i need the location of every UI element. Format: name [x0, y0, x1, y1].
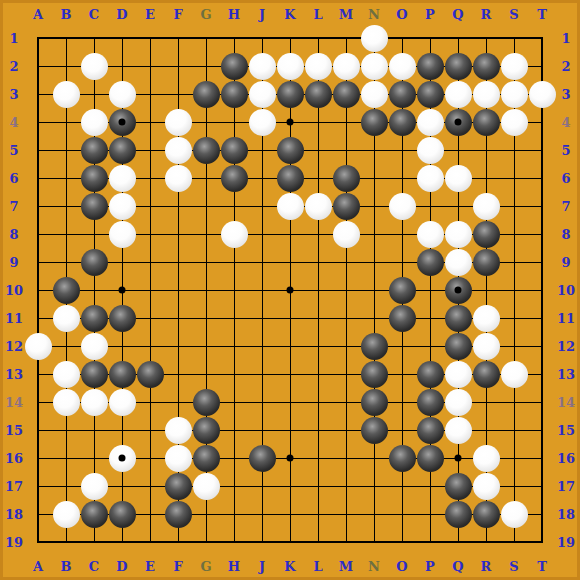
intersection-J19[interactable] — [248, 528, 276, 556]
intersection-K17[interactable] — [276, 472, 304, 500]
intersection-S3[interactable] — [500, 80, 528, 108]
intersection-K13[interactable] — [276, 360, 304, 388]
intersection-C1[interactable] — [80, 24, 108, 52]
intersection-T9[interactable] — [528, 248, 556, 276]
intersection-H11[interactable] — [220, 304, 248, 332]
intersection-F9[interactable] — [164, 248, 192, 276]
intersection-A15[interactable] — [24, 416, 52, 444]
intersection-L10[interactable] — [304, 276, 332, 304]
intersection-S13[interactable] — [500, 360, 528, 388]
intersection-M6[interactable] — [332, 164, 360, 192]
intersection-O18[interactable] — [388, 500, 416, 528]
intersection-F16[interactable] — [164, 444, 192, 472]
intersection-F14[interactable] — [164, 388, 192, 416]
intersection-D19[interactable] — [108, 528, 136, 556]
intersection-F4[interactable] — [164, 108, 192, 136]
intersection-G1[interactable] — [192, 24, 220, 52]
intersection-L11[interactable] — [304, 304, 332, 332]
intersection-J16[interactable] — [248, 444, 276, 472]
intersection-M4[interactable] — [332, 108, 360, 136]
intersection-M8[interactable] — [332, 220, 360, 248]
intersection-A9[interactable] — [24, 248, 52, 276]
intersection-S7[interactable] — [500, 192, 528, 220]
intersection-Q11[interactable] — [444, 304, 472, 332]
intersection-M2[interactable] — [332, 52, 360, 80]
intersection-J17[interactable] — [248, 472, 276, 500]
intersection-A18[interactable] — [24, 500, 52, 528]
intersection-D12[interactable] — [108, 332, 136, 360]
intersection-L19[interactable] — [304, 528, 332, 556]
intersection-R4[interactable] — [472, 108, 500, 136]
intersection-O11[interactable] — [388, 304, 416, 332]
intersection-N9[interactable] — [360, 248, 388, 276]
intersection-K15[interactable] — [276, 416, 304, 444]
intersection-H10[interactable] — [220, 276, 248, 304]
intersection-K12[interactable] — [276, 332, 304, 360]
intersection-G12[interactable] — [192, 332, 220, 360]
intersection-G9[interactable] — [192, 248, 220, 276]
intersection-S8[interactable] — [500, 220, 528, 248]
intersection-S1[interactable] — [500, 24, 528, 52]
intersection-L12[interactable] — [304, 332, 332, 360]
intersection-L2[interactable] — [304, 52, 332, 80]
intersection-T18[interactable] — [528, 500, 556, 528]
intersection-G15[interactable] — [192, 416, 220, 444]
intersection-R7[interactable] — [472, 192, 500, 220]
intersection-D1[interactable] — [108, 24, 136, 52]
intersection-C4[interactable] — [80, 108, 108, 136]
intersection-T14[interactable] — [528, 388, 556, 416]
intersection-P3[interactable] — [416, 80, 444, 108]
intersection-T4[interactable] — [528, 108, 556, 136]
intersection-N3[interactable] — [360, 80, 388, 108]
intersection-B9[interactable] — [52, 248, 80, 276]
intersection-T3[interactable] — [528, 80, 556, 108]
intersection-B5[interactable] — [52, 136, 80, 164]
intersection-N19[interactable] — [360, 528, 388, 556]
intersection-B13[interactable] — [52, 360, 80, 388]
intersection-S2[interactable] — [500, 52, 528, 80]
intersection-C14[interactable] — [80, 388, 108, 416]
intersection-R19[interactable] — [472, 528, 500, 556]
intersection-E5[interactable] — [136, 136, 164, 164]
intersection-A7[interactable] — [24, 192, 52, 220]
intersection-O17[interactable] — [388, 472, 416, 500]
intersection-G3[interactable] — [192, 80, 220, 108]
intersection-O5[interactable] — [388, 136, 416, 164]
intersection-G19[interactable] — [192, 528, 220, 556]
intersection-M9[interactable] — [332, 248, 360, 276]
intersection-C16[interactable] — [80, 444, 108, 472]
intersection-N13[interactable] — [360, 360, 388, 388]
intersection-F18[interactable] — [164, 500, 192, 528]
intersection-O6[interactable] — [388, 164, 416, 192]
intersection-C8[interactable] — [80, 220, 108, 248]
intersection-A10[interactable] — [24, 276, 52, 304]
intersection-C9[interactable] — [80, 248, 108, 276]
intersection-G17[interactable] — [192, 472, 220, 500]
intersection-J2[interactable] — [248, 52, 276, 80]
intersection-E17[interactable] — [136, 472, 164, 500]
intersection-S15[interactable] — [500, 416, 528, 444]
intersection-B3[interactable] — [52, 80, 80, 108]
intersection-P1[interactable] — [416, 24, 444, 52]
intersection-Q19[interactable] — [444, 528, 472, 556]
intersection-Q18[interactable] — [444, 500, 472, 528]
intersection-J15[interactable] — [248, 416, 276, 444]
intersection-J12[interactable] — [248, 332, 276, 360]
intersection-M15[interactable] — [332, 416, 360, 444]
intersection-L3[interactable] — [304, 80, 332, 108]
intersection-D5[interactable] — [108, 136, 136, 164]
intersection-Q15[interactable] — [444, 416, 472, 444]
intersection-S17[interactable] — [500, 472, 528, 500]
intersection-F6[interactable] — [164, 164, 192, 192]
intersection-S19[interactable] — [500, 528, 528, 556]
intersection-O1[interactable] — [388, 24, 416, 52]
intersection-S9[interactable] — [500, 248, 528, 276]
intersection-B17[interactable] — [52, 472, 80, 500]
intersection-G11[interactable] — [192, 304, 220, 332]
intersection-L1[interactable] — [304, 24, 332, 52]
intersection-H2[interactable] — [220, 52, 248, 80]
intersection-M11[interactable] — [332, 304, 360, 332]
intersection-J6[interactable] — [248, 164, 276, 192]
intersection-H4[interactable] — [220, 108, 248, 136]
intersection-Q7[interactable] — [444, 192, 472, 220]
intersection-Q5[interactable] — [444, 136, 472, 164]
intersection-H12[interactable] — [220, 332, 248, 360]
intersection-O13[interactable] — [388, 360, 416, 388]
intersection-H19[interactable] — [220, 528, 248, 556]
intersection-G8[interactable] — [192, 220, 220, 248]
intersection-B4[interactable] — [52, 108, 80, 136]
intersection-M14[interactable] — [332, 388, 360, 416]
intersection-L6[interactable] — [304, 164, 332, 192]
intersection-N12[interactable] — [360, 332, 388, 360]
intersection-B14[interactable] — [52, 388, 80, 416]
intersection-K19[interactable] — [276, 528, 304, 556]
intersection-P16[interactable] — [416, 444, 444, 472]
intersection-F8[interactable] — [164, 220, 192, 248]
intersection-G16[interactable] — [192, 444, 220, 472]
intersection-G10[interactable] — [192, 276, 220, 304]
intersection-F2[interactable] — [164, 52, 192, 80]
intersection-M13[interactable] — [332, 360, 360, 388]
intersection-B12[interactable] — [52, 332, 80, 360]
intersection-E2[interactable] — [136, 52, 164, 80]
intersection-F11[interactable] — [164, 304, 192, 332]
intersection-A11[interactable] — [24, 304, 52, 332]
intersection-T16[interactable] — [528, 444, 556, 472]
intersection-O9[interactable] — [388, 248, 416, 276]
intersection-C3[interactable] — [80, 80, 108, 108]
intersection-P19[interactable] — [416, 528, 444, 556]
intersection-N7[interactable] — [360, 192, 388, 220]
intersection-F1[interactable] — [164, 24, 192, 52]
intersection-K9[interactable] — [276, 248, 304, 276]
intersection-G18[interactable] — [192, 500, 220, 528]
intersection-E12[interactable] — [136, 332, 164, 360]
intersection-Q12[interactable] — [444, 332, 472, 360]
intersection-L4[interactable] — [304, 108, 332, 136]
intersection-E19[interactable] — [136, 528, 164, 556]
intersection-K11[interactable] — [276, 304, 304, 332]
intersection-D6[interactable] — [108, 164, 136, 192]
intersection-O10[interactable] — [388, 276, 416, 304]
intersection-N18[interactable] — [360, 500, 388, 528]
intersection-T7[interactable] — [528, 192, 556, 220]
intersection-Q13[interactable] — [444, 360, 472, 388]
intersection-A17[interactable] — [24, 472, 52, 500]
intersection-N6[interactable] — [360, 164, 388, 192]
intersection-E11[interactable] — [136, 304, 164, 332]
intersection-G7[interactable] — [192, 192, 220, 220]
intersection-N4[interactable] — [360, 108, 388, 136]
intersection-P18[interactable] — [416, 500, 444, 528]
intersection-T6[interactable] — [528, 164, 556, 192]
intersection-T15[interactable] — [528, 416, 556, 444]
intersection-D3[interactable] — [108, 80, 136, 108]
intersection-M5[interactable] — [332, 136, 360, 164]
intersection-D2[interactable] — [108, 52, 136, 80]
intersection-H15[interactable] — [220, 416, 248, 444]
intersection-F19[interactable] — [164, 528, 192, 556]
intersection-H14[interactable] — [220, 388, 248, 416]
intersection-O8[interactable] — [388, 220, 416, 248]
intersection-J7[interactable] — [248, 192, 276, 220]
intersection-P10[interactable] — [416, 276, 444, 304]
intersection-K5[interactable] — [276, 136, 304, 164]
intersection-E7[interactable] — [136, 192, 164, 220]
intersection-B15[interactable] — [52, 416, 80, 444]
intersection-R18[interactable] — [472, 500, 500, 528]
intersection-E18[interactable] — [136, 500, 164, 528]
intersection-M18[interactable] — [332, 500, 360, 528]
intersection-P12[interactable] — [416, 332, 444, 360]
intersection-G5[interactable] — [192, 136, 220, 164]
intersection-M17[interactable] — [332, 472, 360, 500]
intersection-R16[interactable] — [472, 444, 500, 472]
intersection-O2[interactable] — [388, 52, 416, 80]
intersection-P11[interactable] — [416, 304, 444, 332]
intersection-S10[interactable] — [500, 276, 528, 304]
intersection-J9[interactable] — [248, 248, 276, 276]
intersection-A16[interactable] — [24, 444, 52, 472]
intersection-P15[interactable] — [416, 416, 444, 444]
intersection-F15[interactable] — [164, 416, 192, 444]
intersection-L16[interactable] — [304, 444, 332, 472]
intersection-B6[interactable] — [52, 164, 80, 192]
intersection-H18[interactable] — [220, 500, 248, 528]
intersection-L13[interactable] — [304, 360, 332, 388]
intersection-S11[interactable] — [500, 304, 528, 332]
intersection-E4[interactable] — [136, 108, 164, 136]
intersection-C12[interactable] — [80, 332, 108, 360]
intersection-R14[interactable] — [472, 388, 500, 416]
intersection-E10[interactable] — [136, 276, 164, 304]
intersection-N15[interactable] — [360, 416, 388, 444]
intersection-P6[interactable] — [416, 164, 444, 192]
intersection-K6[interactable] — [276, 164, 304, 192]
intersection-J8[interactable] — [248, 220, 276, 248]
intersection-E13[interactable] — [136, 360, 164, 388]
intersection-J14[interactable] — [248, 388, 276, 416]
intersection-L17[interactable] — [304, 472, 332, 500]
intersection-F13[interactable] — [164, 360, 192, 388]
intersection-F5[interactable] — [164, 136, 192, 164]
intersection-R9[interactable] — [472, 248, 500, 276]
intersection-S16[interactable] — [500, 444, 528, 472]
intersection-J5[interactable] — [248, 136, 276, 164]
intersection-R8[interactable] — [472, 220, 500, 248]
intersection-B2[interactable] — [52, 52, 80, 80]
intersection-C7[interactable] — [80, 192, 108, 220]
intersection-T2[interactable] — [528, 52, 556, 80]
intersection-P8[interactable] — [416, 220, 444, 248]
intersection-E3[interactable] — [136, 80, 164, 108]
intersection-H1[interactable] — [220, 24, 248, 52]
intersection-D15[interactable] — [108, 416, 136, 444]
intersection-S4[interactable] — [500, 108, 528, 136]
intersection-L15[interactable] — [304, 416, 332, 444]
intersection-D11[interactable] — [108, 304, 136, 332]
intersection-F7[interactable] — [164, 192, 192, 220]
intersection-T12[interactable] — [528, 332, 556, 360]
intersection-S14[interactable] — [500, 388, 528, 416]
intersection-F3[interactable] — [164, 80, 192, 108]
intersection-K14[interactable] — [276, 388, 304, 416]
intersection-A19[interactable] — [24, 528, 52, 556]
intersection-M7[interactable] — [332, 192, 360, 220]
intersection-O3[interactable] — [388, 80, 416, 108]
intersection-D18[interactable] — [108, 500, 136, 528]
intersection-H5[interactable] — [220, 136, 248, 164]
intersection-Q1[interactable] — [444, 24, 472, 52]
intersection-B1[interactable] — [52, 24, 80, 52]
intersection-N17[interactable] — [360, 472, 388, 500]
intersection-N11[interactable] — [360, 304, 388, 332]
intersection-A4[interactable] — [24, 108, 52, 136]
intersection-S5[interactable] — [500, 136, 528, 164]
intersection-N8[interactable] — [360, 220, 388, 248]
intersection-B11[interactable] — [52, 304, 80, 332]
intersection-G13[interactable] — [192, 360, 220, 388]
intersection-T19[interactable] — [528, 528, 556, 556]
intersection-H3[interactable] — [220, 80, 248, 108]
intersection-T11[interactable] — [528, 304, 556, 332]
intersection-P5[interactable] — [416, 136, 444, 164]
intersection-T5[interactable] — [528, 136, 556, 164]
intersection-M16[interactable] — [332, 444, 360, 472]
intersection-O7[interactable] — [388, 192, 416, 220]
intersection-A2[interactable] — [24, 52, 52, 80]
intersection-R1[interactable] — [472, 24, 500, 52]
intersection-L9[interactable] — [304, 248, 332, 276]
intersection-T17[interactable] — [528, 472, 556, 500]
intersection-G14[interactable] — [192, 388, 220, 416]
intersection-J13[interactable] — [248, 360, 276, 388]
intersection-H8[interactable] — [220, 220, 248, 248]
intersection-A14[interactable] — [24, 388, 52, 416]
intersection-T8[interactable] — [528, 220, 556, 248]
intersection-K8[interactable] — [276, 220, 304, 248]
intersection-O12[interactable] — [388, 332, 416, 360]
intersection-O15[interactable] — [388, 416, 416, 444]
intersection-A3[interactable] — [24, 80, 52, 108]
intersection-A1[interactable] — [24, 24, 52, 52]
intersection-R11[interactable] — [472, 304, 500, 332]
intersection-E1[interactable] — [136, 24, 164, 52]
intersection-C2[interactable] — [80, 52, 108, 80]
intersection-K7[interactable] — [276, 192, 304, 220]
intersection-E16[interactable] — [136, 444, 164, 472]
intersection-E15[interactable] — [136, 416, 164, 444]
intersection-N14[interactable] — [360, 388, 388, 416]
intersection-M10[interactable] — [332, 276, 360, 304]
intersection-D13[interactable] — [108, 360, 136, 388]
intersection-F10[interactable] — [164, 276, 192, 304]
intersection-O4[interactable] — [388, 108, 416, 136]
intersection-E8[interactable] — [136, 220, 164, 248]
intersection-N1[interactable] — [360, 24, 388, 52]
intersection-Q6[interactable] — [444, 164, 472, 192]
intersection-R15[interactable] — [472, 416, 500, 444]
intersection-E9[interactable] — [136, 248, 164, 276]
intersection-M3[interactable] — [332, 80, 360, 108]
intersection-Q3[interactable] — [444, 80, 472, 108]
intersection-L5[interactable] — [304, 136, 332, 164]
intersection-N10[interactable] — [360, 276, 388, 304]
intersection-A12[interactable] — [24, 332, 52, 360]
intersection-J18[interactable] — [248, 500, 276, 528]
intersection-S12[interactable] — [500, 332, 528, 360]
intersection-J1[interactable] — [248, 24, 276, 52]
intersection-J10[interactable] — [248, 276, 276, 304]
intersection-O16[interactable] — [388, 444, 416, 472]
intersection-C15[interactable] — [80, 416, 108, 444]
intersection-H6[interactable] — [220, 164, 248, 192]
intersection-L14[interactable] — [304, 388, 332, 416]
intersection-P7[interactable] — [416, 192, 444, 220]
intersection-C11[interactable] — [80, 304, 108, 332]
intersection-R17[interactable] — [472, 472, 500, 500]
intersection-T13[interactable] — [528, 360, 556, 388]
intersection-G6[interactable] — [192, 164, 220, 192]
intersection-C6[interactable] — [80, 164, 108, 192]
intersection-C13[interactable] — [80, 360, 108, 388]
intersection-D8[interactable] — [108, 220, 136, 248]
intersection-L7[interactable] — [304, 192, 332, 220]
intersection-S6[interactable] — [500, 164, 528, 192]
intersection-C18[interactable] — [80, 500, 108, 528]
intersection-A13[interactable] — [24, 360, 52, 388]
intersection-M1[interactable] — [332, 24, 360, 52]
intersection-N2[interactable] — [360, 52, 388, 80]
intersection-B16[interactable] — [52, 444, 80, 472]
intersection-B10[interactable] — [52, 276, 80, 304]
intersection-F12[interactable] — [164, 332, 192, 360]
intersection-Q14[interactable] — [444, 388, 472, 416]
intersection-J3[interactable] — [248, 80, 276, 108]
intersection-F17[interactable] — [164, 472, 192, 500]
intersection-M12[interactable] — [332, 332, 360, 360]
intersection-D17[interactable] — [108, 472, 136, 500]
intersection-H9[interactable] — [220, 248, 248, 276]
intersection-Q8[interactable] — [444, 220, 472, 248]
intersection-R3[interactable] — [472, 80, 500, 108]
intersection-J4[interactable] — [248, 108, 276, 136]
